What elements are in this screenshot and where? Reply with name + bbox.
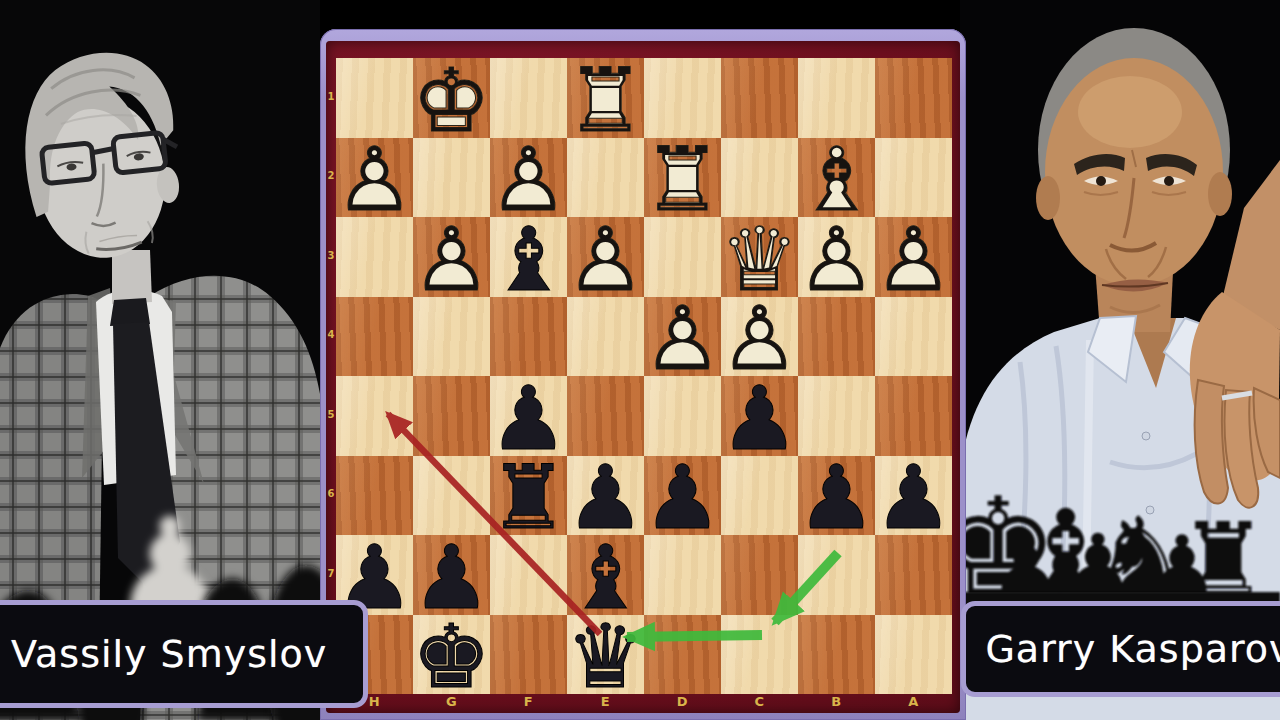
piece-wR-d2: ♜♖ [644, 138, 721, 218]
square-b4 [798, 297, 875, 377]
piece-bP-e6: ♟ [567, 456, 644, 536]
square-a5 [875, 376, 952, 456]
square-b5 [798, 376, 875, 456]
square-b1 [798, 58, 875, 138]
player-name-kasparov: Garry Kasparov [985, 627, 1280, 671]
piece-wB-b2: ♝♗ [798, 138, 875, 218]
square-c1 [721, 58, 798, 138]
square-f3: ♝ [490, 217, 567, 297]
piece-wP-f2: ♟♙ [490, 138, 567, 218]
square-c4: ♟♙ [721, 297, 798, 377]
rank-label-2: 2 [324, 170, 338, 181]
piece-bQ-e8: ♛ [567, 615, 644, 695]
square-a8 [875, 615, 952, 695]
piece-bP-f5: ♟ [490, 376, 567, 456]
square-a7 [875, 535, 952, 615]
square-d4: ♟♙ [644, 297, 721, 377]
square-h4 [336, 297, 413, 377]
square-d5 [644, 376, 721, 456]
piece-wP-a3: ♟♙ [875, 217, 952, 297]
rank-label-4: 4 [324, 329, 338, 340]
square-e6: ♟ [567, 456, 644, 536]
piece-bP-b6: ♟ [798, 456, 875, 536]
piece-bB-e7: ♝ [567, 535, 644, 615]
square-f2: ♟♙ [490, 138, 567, 218]
rank-label-7: 7 [324, 568, 338, 579]
player-name-smyslov: Vassily Smyslov [11, 632, 327, 676]
square-h3 [336, 217, 413, 297]
file-label-A: A [902, 694, 926, 709]
piece-wR-e1: ♜♖ [567, 58, 644, 138]
square-f8 [490, 615, 567, 695]
square-f1 [490, 58, 567, 138]
square-b6: ♟ [798, 456, 875, 536]
rank-label-5: 5 [324, 409, 338, 420]
square-c8 [721, 615, 798, 695]
file-label-G: G [440, 694, 464, 709]
piece-bP-d6: ♟ [644, 456, 721, 536]
square-a4 [875, 297, 952, 377]
piece-bP-g7: ♟ [413, 535, 490, 615]
rank-label-1: 1 [324, 91, 338, 102]
square-a1 [875, 58, 952, 138]
square-c3: ♛♕ [721, 217, 798, 297]
square-c7 [721, 535, 798, 615]
square-g2 [413, 138, 490, 218]
file-label-B: B [825, 694, 849, 709]
square-e3: ♟♙ [567, 217, 644, 297]
file-label-D: D [671, 694, 695, 709]
square-h5 [336, 376, 413, 456]
square-f7 [490, 535, 567, 615]
square-e4 [567, 297, 644, 377]
file-label-C: C [748, 694, 772, 709]
player-plate-left: Vassily Smyslov [0, 600, 368, 708]
piece-wP-h2: ♟♙ [336, 138, 413, 218]
smyslov-tie [110, 298, 150, 326]
square-g5 [413, 376, 490, 456]
square-d6: ♟ [644, 456, 721, 536]
square-h2: ♟♙ [336, 138, 413, 218]
player-plate-right: Garry Kasparov [961, 601, 1280, 697]
piece-wQ-c3: ♛♕ [721, 217, 798, 297]
piece-bP-c5: ♟ [721, 376, 798, 456]
square-f5: ♟ [490, 376, 567, 456]
square-h6 [336, 456, 413, 536]
square-c5: ♟ [721, 376, 798, 456]
file-label-E: E [594, 694, 618, 709]
rank-label-6: 6 [324, 488, 338, 499]
square-e5 [567, 376, 644, 456]
piece-bP-a6: ♟ [875, 456, 952, 536]
square-b8 [798, 615, 875, 695]
square-d3 [644, 217, 721, 297]
piece-wP-d4: ♟♙ [644, 297, 721, 377]
piece-wP-e3: ♟♙ [567, 217, 644, 297]
square-g8: ♚ [413, 615, 490, 695]
piece-wP-c4: ♟♙ [721, 297, 798, 377]
piece-wP-g3: ♟♙ [413, 217, 490, 297]
square-e8: ♛ [567, 615, 644, 695]
square-c6 [721, 456, 798, 536]
piece-bB-f3: ♝ [490, 217, 567, 297]
square-e1: ♜♖ [567, 58, 644, 138]
square-g3: ♟♙ [413, 217, 490, 297]
file-label-F: F [517, 694, 541, 709]
square-a2 [875, 138, 952, 218]
square-b7 [798, 535, 875, 615]
square-e7: ♝ [567, 535, 644, 615]
square-d8 [644, 615, 721, 695]
square-g1: ♚♔ [413, 58, 490, 138]
square-g6 [413, 456, 490, 536]
square-g7: ♟ [413, 535, 490, 615]
rank-label-3: 3 [324, 250, 338, 261]
square-d2: ♜♖ [644, 138, 721, 218]
chess-board: ♚♔♜♖♟♙♟♙♜♖♝♗♟♙♝♟♙♛♕♟♙♟♙♟♙♟♙♟♟♜♟♟♟♟♟♟♝♚♛ [336, 58, 952, 694]
piece-wP-b3: ♟♙ [798, 217, 875, 297]
square-d7 [644, 535, 721, 615]
square-f6: ♜ [490, 456, 567, 536]
square-e2 [567, 138, 644, 218]
piece-bK-g8: ♚ [413, 615, 490, 695]
square-c2 [721, 138, 798, 218]
square-a6: ♟ [875, 456, 952, 536]
thumbnail-stage: ♟ [0, 0, 1280, 720]
board-panel: ♚♔♜♖♟♙♟♙♜♖♝♗♟♙♝♟♙♛♕♟♙♟♙♟♙♟♙♟♟♜♟♟♟♟♟♟♝♚♛ … [320, 29, 966, 720]
square-a3: ♟♙ [875, 217, 952, 297]
square-b3: ♟♙ [798, 217, 875, 297]
square-b2: ♝♗ [798, 138, 875, 218]
square-d1 [644, 58, 721, 138]
piece-bR-f6: ♜ [490, 456, 567, 536]
piece-wK-g1: ♚♔ [413, 58, 490, 138]
square-f4 [490, 297, 567, 377]
square-g4 [413, 297, 490, 377]
square-h1 [336, 58, 413, 138]
